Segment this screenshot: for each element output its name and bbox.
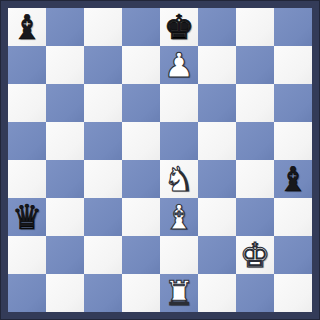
square-h4[interactable]: ♝: [274, 160, 312, 198]
square-a6[interactable]: [8, 84, 46, 122]
square-e1[interactable]: ♜: [160, 274, 198, 312]
square-g8[interactable]: [236, 8, 274, 46]
square-g4[interactable]: [236, 160, 274, 198]
square-e4[interactable]: ♞: [160, 160, 198, 198]
square-c2[interactable]: [84, 236, 122, 274]
square-c4[interactable]: [84, 160, 122, 198]
square-h2[interactable]: [274, 236, 312, 274]
piece-white-pawn[interactable]: ♟: [164, 46, 194, 84]
piece-black-king[interactable]: ♚: [164, 8, 194, 46]
square-h8[interactable]: [274, 8, 312, 46]
square-a3[interactable]: ♛: [8, 198, 46, 236]
square-b3[interactable]: [46, 198, 84, 236]
square-a7[interactable]: [8, 46, 46, 84]
square-d7[interactable]: [122, 46, 160, 84]
square-c3[interactable]: [84, 198, 122, 236]
square-g3[interactable]: [236, 198, 274, 236]
square-b7[interactable]: [46, 46, 84, 84]
square-g5[interactable]: [236, 122, 274, 160]
square-e8[interactable]: ♚: [160, 8, 198, 46]
square-c8[interactable]: [84, 8, 122, 46]
square-d1[interactable]: [122, 274, 160, 312]
square-c1[interactable]: [84, 274, 122, 312]
square-f6[interactable]: [198, 84, 236, 122]
square-a1[interactable]: [8, 274, 46, 312]
square-f3[interactable]: [198, 198, 236, 236]
square-e7[interactable]: ♟: [160, 46, 198, 84]
square-b4[interactable]: [46, 160, 84, 198]
square-b8[interactable]: [46, 8, 84, 46]
square-h3[interactable]: [274, 198, 312, 236]
square-c7[interactable]: [84, 46, 122, 84]
square-d2[interactable]: [122, 236, 160, 274]
square-d6[interactable]: [122, 84, 160, 122]
piece-white-king[interactable]: ♚: [240, 236, 270, 274]
square-f7[interactable]: [198, 46, 236, 84]
square-a5[interactable]: [8, 122, 46, 160]
piece-black-queen[interactable]: ♛: [12, 198, 42, 236]
chess-board: ♝♚♟♞♝♛♝♚♜: [8, 8, 312, 312]
square-a8[interactable]: ♝: [8, 8, 46, 46]
piece-black-bishop[interactable]: ♝: [12, 8, 42, 46]
square-h6[interactable]: [274, 84, 312, 122]
square-g7[interactable]: [236, 46, 274, 84]
square-d3[interactable]: [122, 198, 160, 236]
square-e3[interactable]: ♝: [160, 198, 198, 236]
square-h1[interactable]: [274, 274, 312, 312]
square-d4[interactable]: [122, 160, 160, 198]
square-b6[interactable]: [46, 84, 84, 122]
square-b1[interactable]: [46, 274, 84, 312]
square-e5[interactable]: [160, 122, 198, 160]
square-h7[interactable]: [274, 46, 312, 84]
square-g1[interactable]: [236, 274, 274, 312]
square-d8[interactable]: [122, 8, 160, 46]
square-f4[interactable]: [198, 160, 236, 198]
square-f8[interactable]: [198, 8, 236, 46]
square-c5[interactable]: [84, 122, 122, 160]
piece-white-knight[interactable]: ♞: [164, 160, 194, 198]
square-c6[interactable]: [84, 84, 122, 122]
square-b5[interactable]: [46, 122, 84, 160]
square-a2[interactable]: [8, 236, 46, 274]
square-g6[interactable]: [236, 84, 274, 122]
square-g2[interactable]: ♚: [236, 236, 274, 274]
square-b2[interactable]: [46, 236, 84, 274]
piece-white-rook[interactable]: ♜: [164, 274, 194, 312]
square-f2[interactable]: [198, 236, 236, 274]
square-h5[interactable]: [274, 122, 312, 160]
square-f1[interactable]: [198, 274, 236, 312]
piece-white-bishop[interactable]: ♝: [164, 198, 194, 236]
square-f5[interactable]: [198, 122, 236, 160]
piece-black-bishop[interactable]: ♝: [278, 160, 308, 198]
board-frame: ♝♚♟♞♝♛♝♚♜: [0, 0, 320, 320]
square-d5[interactable]: [122, 122, 160, 160]
square-e2[interactable]: [160, 236, 198, 274]
square-e6[interactable]: [160, 84, 198, 122]
square-a4[interactable]: [8, 160, 46, 198]
